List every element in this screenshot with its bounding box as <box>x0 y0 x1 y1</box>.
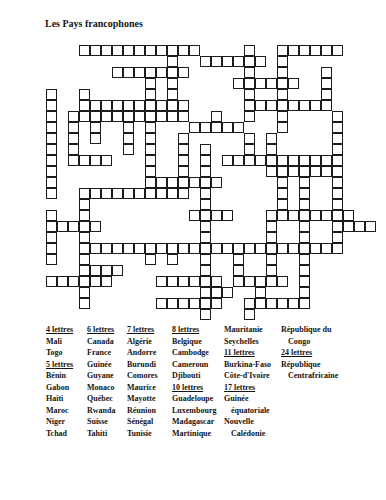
crossword-cell[interactable] <box>200 166 211 177</box>
crossword-cell[interactable] <box>321 45 332 56</box>
crossword-cell[interactable] <box>244 298 255 309</box>
crossword-cell[interactable] <box>244 144 255 155</box>
crossword-cell[interactable] <box>79 254 90 265</box>
crossword-cell[interactable] <box>332 188 343 199</box>
crossword-cell[interactable] <box>332 177 343 188</box>
crossword-cell[interactable] <box>200 276 211 287</box>
crossword-cell[interactable] <box>266 100 277 111</box>
crossword-cell[interactable] <box>46 210 57 221</box>
crossword-cell[interactable] <box>255 100 266 111</box>
crossword-cell[interactable] <box>277 298 288 309</box>
crossword-cell[interactable] <box>90 133 101 144</box>
crossword-cell[interactable] <box>57 221 68 232</box>
crossword-cell[interactable] <box>277 210 288 221</box>
crossword-cell[interactable] <box>145 67 156 78</box>
crossword-cell[interactable] <box>233 265 244 276</box>
crossword-cell[interactable] <box>299 254 310 265</box>
crossword-cell[interactable] <box>90 100 101 111</box>
crossword-cell[interactable] <box>46 166 57 177</box>
crossword-cell[interactable] <box>178 67 189 78</box>
crossword-cell[interactable] <box>233 243 244 254</box>
crossword-cell[interactable] <box>233 155 244 166</box>
crossword-cell[interactable] <box>145 177 156 188</box>
crossword-cell[interactable] <box>299 232 310 243</box>
crossword-cell[interactable] <box>332 199 343 210</box>
crossword-cell[interactable] <box>123 45 134 56</box>
crossword-cell[interactable] <box>211 111 222 122</box>
crossword-cell[interactable] <box>332 155 343 166</box>
crossword-cell[interactable] <box>332 243 343 254</box>
crossword-cell[interactable] <box>189 177 200 188</box>
crossword-cell[interactable] <box>299 199 310 210</box>
crossword-cell[interactable] <box>200 265 211 276</box>
crossword-cell[interactable] <box>101 155 112 166</box>
crossword-cell[interactable] <box>123 100 134 111</box>
crossword-cell[interactable] <box>332 144 343 155</box>
crossword-cell[interactable] <box>343 210 354 221</box>
crossword-cell[interactable] <box>79 287 90 298</box>
crossword-cell[interactable] <box>277 78 288 89</box>
crossword-cell[interactable] <box>46 276 57 287</box>
crossword-cell[interactable] <box>321 100 332 111</box>
word-item: Centrafricaine <box>281 370 343 382</box>
crossword-cell[interactable] <box>244 276 255 287</box>
crossword-cell[interactable] <box>68 276 79 287</box>
crossword-cell[interactable] <box>288 210 299 221</box>
crossword-cell[interactable] <box>156 243 167 254</box>
crossword-cell[interactable] <box>266 298 277 309</box>
crossword-cell[interactable] <box>79 45 90 56</box>
crossword-cell[interactable] <box>145 78 156 89</box>
crossword-cell[interactable] <box>167 276 178 287</box>
crossword-cell[interactable] <box>68 221 79 232</box>
crossword-cell[interactable] <box>156 298 167 309</box>
crossword-cell[interactable] <box>288 155 299 166</box>
crossword-cell[interactable] <box>288 166 299 177</box>
crossword-cell[interactable] <box>101 265 112 276</box>
crossword-cell[interactable] <box>288 45 299 56</box>
crossword-cell[interactable] <box>266 221 277 232</box>
worksheet-page: Les Pays francophones 4 lettresMaliTogo5… <box>0 0 386 500</box>
crossword-cell[interactable] <box>79 232 90 243</box>
crossword-cell[interactable] <box>46 221 57 232</box>
crossword-cell[interactable] <box>266 144 277 155</box>
crossword-cell[interactable] <box>79 155 90 166</box>
word-item: Guinée <box>224 393 286 405</box>
crossword-cell[interactable] <box>156 188 167 199</box>
crossword-cell[interactable] <box>134 188 145 199</box>
crossword-cell[interactable] <box>266 166 277 177</box>
crossword-cell[interactable] <box>156 45 167 56</box>
crossword-cell[interactable] <box>178 155 189 166</box>
crossword-cell[interactable] <box>134 111 145 122</box>
crossword-cell[interactable] <box>200 232 211 243</box>
crossword-cell[interactable] <box>178 188 189 199</box>
crossword-cell[interactable] <box>189 122 200 133</box>
crossword-cell[interactable] <box>244 309 255 320</box>
crossword-cell[interactable] <box>255 155 266 166</box>
crossword-cell[interactable] <box>79 265 90 276</box>
crossword-cell[interactable] <box>79 199 90 210</box>
crossword-cell[interactable] <box>233 56 244 67</box>
crossword-cell[interactable] <box>266 210 277 221</box>
crossword-cell[interactable] <box>299 243 310 254</box>
crossword-cell[interactable] <box>46 243 57 254</box>
crossword-cell[interactable] <box>134 100 145 111</box>
crossword-cell[interactable] <box>211 298 222 309</box>
crossword-cell[interactable] <box>145 166 156 177</box>
crossword-cell[interactable] <box>332 111 343 122</box>
crossword-cell[interactable] <box>200 221 211 232</box>
crossword-cell[interactable] <box>79 89 90 100</box>
crossword-cell[interactable] <box>200 298 211 309</box>
crossword-cell[interactable] <box>266 78 277 89</box>
crossword-cell[interactable] <box>46 155 57 166</box>
crossword-cell[interactable] <box>200 188 211 199</box>
word-item: Calédonie <box>224 428 286 440</box>
crossword-cell[interactable] <box>266 155 277 166</box>
crossword-cell[interactable] <box>222 287 233 298</box>
crossword-cell[interactable] <box>134 45 145 56</box>
crossword-cell[interactable] <box>46 188 57 199</box>
crossword-cell[interactable] <box>255 298 266 309</box>
crossword-cell[interactable] <box>244 78 255 89</box>
crossword-cell[interactable] <box>68 155 79 166</box>
crossword-cell[interactable] <box>79 243 90 254</box>
crossword-cell[interactable] <box>266 232 277 243</box>
crossword-cell[interactable] <box>211 177 222 188</box>
crossword-cell[interactable] <box>244 45 255 56</box>
crossword-cell[interactable] <box>167 298 178 309</box>
crossword-cell[interactable] <box>299 188 310 199</box>
crossword-cell[interactable] <box>321 243 332 254</box>
crossword-cell[interactable] <box>167 254 178 265</box>
crossword-cell[interactable] <box>299 276 310 287</box>
crossword-cell[interactable] <box>244 67 255 78</box>
crossword-cell[interactable] <box>145 243 156 254</box>
crossword-cell[interactable] <box>277 276 288 287</box>
word-item: Mauritanie <box>224 324 286 336</box>
crossword-cell[interactable] <box>288 298 299 309</box>
crossword-cell[interactable] <box>200 309 211 320</box>
crossword-cell[interactable] <box>200 122 211 133</box>
crossword-cell[interactable] <box>266 243 277 254</box>
crossword-cell[interactable] <box>68 111 79 122</box>
crossword-cell[interactable] <box>167 45 178 56</box>
crossword-cell[interactable] <box>211 210 222 221</box>
crossword-cell[interactable] <box>46 111 57 122</box>
crossword-cell[interactable] <box>277 199 288 210</box>
crossword-cell[interactable] <box>310 166 321 177</box>
crossword-cell[interactable] <box>123 122 134 133</box>
crossword-cell[interactable] <box>211 287 222 298</box>
crossword-cell[interactable] <box>90 45 101 56</box>
crossword-cell[interactable] <box>189 45 200 56</box>
crossword-cell[interactable] <box>46 100 57 111</box>
page-title: Les Pays francophones <box>45 18 143 29</box>
crossword-cell[interactable] <box>277 177 288 188</box>
crossword-cell[interactable] <box>79 298 90 309</box>
crossword-cell[interactable] <box>145 111 156 122</box>
crossword-cell[interactable] <box>145 133 156 144</box>
crossword-cell[interactable] <box>167 188 178 199</box>
crossword-cell[interactable] <box>46 133 57 144</box>
crossword-cell[interactable] <box>211 276 222 287</box>
crossword-cell[interactable] <box>266 133 277 144</box>
crossword-cell[interactable] <box>101 100 112 111</box>
crossword-cell[interactable] <box>321 78 332 89</box>
crossword-cell[interactable] <box>167 67 178 78</box>
crossword-cell[interactable] <box>244 111 255 122</box>
crossword-cell[interactable] <box>112 45 123 56</box>
crossword-cell[interactable] <box>178 276 189 287</box>
crossword-cell[interactable] <box>178 111 189 122</box>
crossword-cell[interactable] <box>321 155 332 166</box>
crossword-cell[interactable] <box>167 100 178 111</box>
crossword-cell[interactable] <box>255 287 266 298</box>
crossword-cell[interactable] <box>156 276 167 287</box>
crossword-cell[interactable] <box>277 122 288 133</box>
crossword-cell[interactable] <box>134 67 145 78</box>
crossword-cell[interactable] <box>79 100 90 111</box>
crossword-cell[interactable] <box>277 166 288 177</box>
crossword-cell[interactable] <box>200 56 211 67</box>
crossword-cell[interactable] <box>167 111 178 122</box>
crossword-cell[interactable] <box>277 188 288 199</box>
crossword-cell[interactable] <box>310 155 321 166</box>
word-item: Seychelles <box>224 336 286 348</box>
crossword-cell[interactable] <box>321 67 332 78</box>
crossword-cell[interactable] <box>299 166 310 177</box>
crossword-cell[interactable] <box>332 210 343 221</box>
length-header: 11 lettres <box>224 347 286 359</box>
crossword-cell[interactable] <box>79 188 90 199</box>
crossword-cell[interactable] <box>277 155 288 166</box>
crossword-cell[interactable] <box>46 144 57 155</box>
crossword-cell[interactable] <box>112 188 123 199</box>
crossword-cell[interactable] <box>299 177 310 188</box>
crossword-cell[interactable] <box>222 210 233 221</box>
crossword-cell[interactable] <box>288 243 299 254</box>
crossword-cell[interactable] <box>90 265 101 276</box>
crossword-cell[interactable] <box>134 243 145 254</box>
crossword-cell[interactable] <box>123 133 134 144</box>
crossword-cell[interactable] <box>79 111 90 122</box>
crossword-cell[interactable] <box>46 254 57 265</box>
crossword-cell[interactable] <box>200 254 211 265</box>
crossword-cell[interactable] <box>112 111 123 122</box>
crossword-cell[interactable] <box>145 45 156 56</box>
crossword-cell[interactable] <box>156 100 167 111</box>
crossword-cell[interactable] <box>145 144 156 155</box>
crossword-cell[interactable] <box>90 188 101 199</box>
crossword-cell[interactable] <box>46 232 57 243</box>
crossword-cell[interactable] <box>79 221 90 232</box>
crossword-cell[interactable] <box>145 100 156 111</box>
crossword-cell[interactable] <box>123 111 134 122</box>
crossword-cell[interactable] <box>310 243 321 254</box>
crossword-cell[interactable] <box>178 177 189 188</box>
crossword-cell[interactable] <box>90 111 101 122</box>
crossword-cell[interactable] <box>46 122 57 133</box>
crossword-cell[interactable] <box>321 89 332 100</box>
crossword-cell[interactable] <box>123 67 134 78</box>
crossword-cell[interactable] <box>277 243 288 254</box>
crossword-cell[interactable] <box>167 78 178 89</box>
crossword-cell[interactable] <box>200 144 211 155</box>
crossword-cell[interactable] <box>112 100 123 111</box>
crossword-cell[interactable] <box>332 133 343 144</box>
crossword-cell[interactable] <box>354 221 365 232</box>
crossword-cell[interactable] <box>310 100 321 111</box>
crossword-cell[interactable] <box>156 111 167 122</box>
crossword-cell[interactable] <box>299 265 310 276</box>
crossword-cell[interactable] <box>123 188 134 199</box>
crossword-cell[interactable] <box>288 100 299 111</box>
crossword-cell[interactable] <box>332 45 343 56</box>
crossword-cell[interactable] <box>299 221 310 232</box>
crossword-cell[interactable] <box>112 67 123 78</box>
crossword-cell[interactable] <box>277 111 288 122</box>
crossword-cell[interactable] <box>90 276 101 287</box>
crossword-cell[interactable] <box>101 188 112 199</box>
crossword-cell[interactable] <box>189 276 200 287</box>
crossword-cell[interactable] <box>156 67 167 78</box>
crossword-cell[interactable] <box>178 133 189 144</box>
crossword-cell[interactable] <box>200 155 211 166</box>
crossword-cell[interactable] <box>145 155 156 166</box>
crossword-cell[interactable] <box>101 111 112 122</box>
crossword-cell[interactable] <box>68 144 79 155</box>
crossword-cell[interactable] <box>178 298 189 309</box>
crossword-cell[interactable] <box>255 243 266 254</box>
crossword-cell[interactable] <box>200 243 211 254</box>
crossword-cell[interactable] <box>46 89 57 100</box>
crossword-cell[interactable] <box>299 155 310 166</box>
crossword-cell[interactable] <box>79 276 90 287</box>
crossword-cell[interactable] <box>277 67 288 78</box>
crossword-cell[interactable] <box>178 144 189 155</box>
crossword-cell[interactable] <box>101 276 112 287</box>
crossword-cell[interactable] <box>244 100 255 111</box>
crossword-cell[interactable] <box>101 45 112 56</box>
crossword-cell[interactable] <box>57 276 68 287</box>
crossword-cell[interactable] <box>244 89 255 100</box>
crossword-cell[interactable] <box>90 155 101 166</box>
crossword-cell[interactable] <box>112 265 123 276</box>
crossword-cell[interactable] <box>167 177 178 188</box>
crossword-cell[interactable] <box>233 254 244 265</box>
crossword-cell[interactable] <box>266 265 277 276</box>
crossword-cell[interactable] <box>299 100 310 111</box>
crossword-cell[interactable] <box>332 166 343 177</box>
crossword-cell[interactable] <box>200 199 211 210</box>
crossword-cell[interactable] <box>200 210 211 221</box>
crossword-cell[interactable] <box>101 243 112 254</box>
crossword-cell[interactable] <box>145 89 156 100</box>
crossword-cell[interactable] <box>255 276 266 287</box>
crossword-cell[interactable] <box>123 243 134 254</box>
crossword-cell[interactable] <box>200 177 211 188</box>
crossword-cell[interactable] <box>233 276 244 287</box>
crossword-cell[interactable] <box>222 243 233 254</box>
crossword-cell[interactable] <box>156 177 167 188</box>
crossword-cell[interactable] <box>244 155 255 166</box>
crossword-cell[interactable] <box>200 287 211 298</box>
crossword-cell[interactable] <box>90 122 101 133</box>
crossword-cell[interactable] <box>145 254 156 265</box>
crossword-cell[interactable] <box>211 56 222 67</box>
crossword-cell[interactable] <box>277 56 288 67</box>
crossword-cell[interactable] <box>222 122 233 133</box>
crossword-cell[interactable] <box>145 122 156 133</box>
crossword-cell[interactable] <box>189 243 200 254</box>
crossword-cell[interactable] <box>222 155 233 166</box>
crossword-cell[interactable] <box>68 122 79 133</box>
crossword-cell[interactable] <box>68 133 79 144</box>
crossword-cell[interactable] <box>178 166 189 177</box>
crossword-cell[interactable] <box>178 243 189 254</box>
crossword-cell[interactable] <box>233 78 244 89</box>
crossword-cell[interactable] <box>343 221 354 232</box>
crossword-cell[interactable] <box>123 144 134 155</box>
crossword-cell[interactable] <box>255 78 266 89</box>
crossword-cell[interactable] <box>288 78 299 89</box>
crossword-cell[interactable] <box>189 298 200 309</box>
crossword-cell[interactable] <box>332 122 343 133</box>
crossword-cell[interactable] <box>299 298 310 309</box>
crossword-cell[interactable] <box>277 89 288 100</box>
crossword-cell[interactable] <box>167 89 178 100</box>
crossword-cell[interactable] <box>211 122 222 133</box>
crossword-cell[interactable] <box>266 254 277 265</box>
crossword-cell[interactable] <box>332 221 343 232</box>
crossword-cell[interactable] <box>365 221 376 232</box>
crossword-cell[interactable] <box>310 210 321 221</box>
crossword-cell[interactable] <box>255 56 266 67</box>
length-header: 24 lettres <box>281 347 343 359</box>
crossword-cell[interactable] <box>167 243 178 254</box>
crossword-cell[interactable] <box>90 243 101 254</box>
crossword-cell[interactable] <box>145 188 156 199</box>
crossword-cell[interactable] <box>79 210 90 221</box>
crossword-cell[interactable] <box>244 133 255 144</box>
crossword-cell[interactable] <box>90 221 101 232</box>
crossword-cell[interactable] <box>321 210 332 221</box>
crossword-cell[interactable] <box>277 100 288 111</box>
crossword-cell[interactable] <box>321 166 332 177</box>
word-list-column: République duCongo24 lettresRépubliqueCe… <box>281 324 343 382</box>
crossword-cell[interactable] <box>167 56 178 67</box>
crossword-cell[interactable] <box>277 45 288 56</box>
crossword-cell[interactable] <box>178 45 189 56</box>
crossword-cell[interactable] <box>244 56 255 67</box>
crossword-cell[interactable] <box>310 45 321 56</box>
crossword-cell[interactable] <box>233 122 244 133</box>
crossword-cell[interactable] <box>112 243 123 254</box>
crossword-cell[interactable] <box>244 243 255 254</box>
crossword-cell[interactable] <box>222 56 233 67</box>
crossword-cell[interactable] <box>46 177 57 188</box>
crossword-cell[interactable] <box>299 45 310 56</box>
crossword-cell[interactable] <box>332 232 343 243</box>
crossword-cell[interactable] <box>299 210 310 221</box>
crossword-cell[interactable] <box>189 210 200 221</box>
crossword-cell[interactable] <box>178 100 189 111</box>
crossword-cell[interactable] <box>266 276 277 287</box>
crossword-cell[interactable] <box>299 287 310 298</box>
crossword-cell[interactable] <box>211 243 222 254</box>
